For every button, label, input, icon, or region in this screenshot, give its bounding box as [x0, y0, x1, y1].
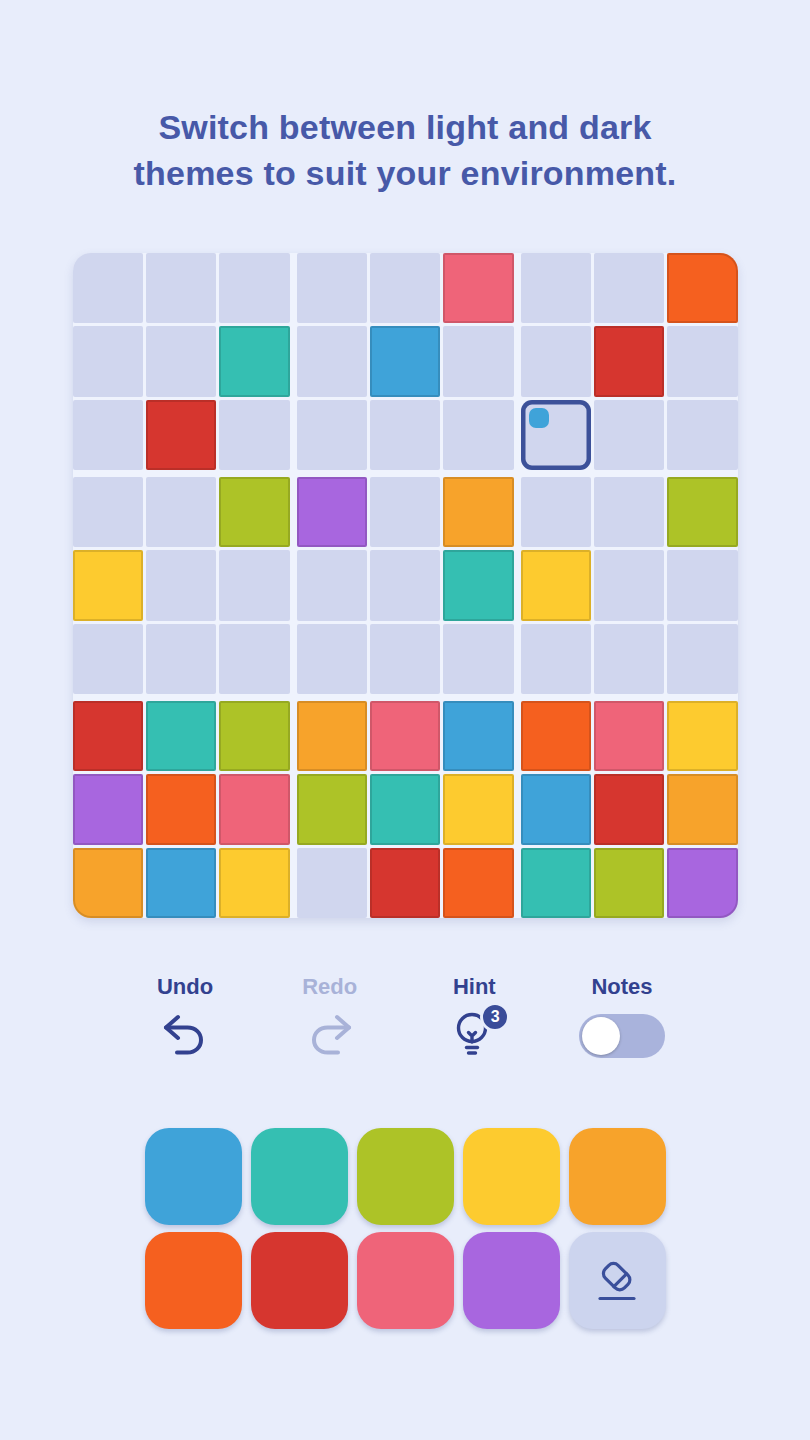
grid-cell[interactable]: [594, 326, 664, 396]
grid-cell[interactable]: [146, 326, 216, 396]
grid-cell[interactable]: [297, 326, 367, 396]
grid-cell[interactable]: [297, 774, 367, 844]
notes-control: Notes: [579, 974, 665, 1058]
grid-cell[interactable]: [443, 253, 513, 323]
hint-count-badge: 3: [480, 1002, 510, 1032]
toolbar: Undo Redo Hint 3: [145, 974, 665, 1062]
grid-cell[interactable]: [219, 550, 289, 620]
grid-cell[interactable]: [146, 848, 216, 918]
grid-cell[interactable]: [667, 253, 737, 323]
palette-orange-button[interactable]: [145, 1232, 242, 1329]
grid-cell[interactable]: [370, 326, 440, 396]
palette-pink-button[interactable]: [357, 1232, 454, 1329]
grid-cell[interactable]: [667, 848, 737, 918]
grid-cell[interactable]: [521, 326, 591, 396]
eraser-icon: [594, 1258, 640, 1304]
grid-cell[interactable]: [146, 477, 216, 547]
grid-cell[interactable]: [146, 550, 216, 620]
grid-cell[interactable]: [73, 550, 143, 620]
grid-cell[interactable]: [146, 774, 216, 844]
grid-cell[interactable]: [667, 624, 737, 694]
grid-cell[interactable]: [370, 774, 440, 844]
grid-cell[interactable]: [667, 774, 737, 844]
palette-amber-button[interactable]: [569, 1128, 666, 1225]
undo-button[interactable]: Undo: [145, 974, 225, 1062]
grid-cell[interactable]: [594, 848, 664, 918]
grid-cell[interactable]: [443, 477, 513, 547]
grid-cell[interactable]: [667, 701, 737, 771]
grid-cell[interactable]: [297, 400, 367, 470]
palette-green-button[interactable]: [357, 1128, 454, 1225]
palette-eraser-button[interactable]: [569, 1232, 666, 1329]
redo-icon: [307, 1010, 353, 1062]
sudoku-grid: [73, 253, 738, 918]
grid-cell[interactable]: [521, 848, 591, 918]
grid-cell[interactable]: [73, 848, 143, 918]
sudoku-box: [297, 701, 514, 918]
grid-cell[interactable]: [443, 624, 513, 694]
grid-cell[interactable]: [667, 400, 737, 470]
grid-cell[interactable]: [219, 774, 289, 844]
sudoku-box: [73, 253, 290, 470]
grid-cell[interactable]: [370, 848, 440, 918]
grid-cell[interactable]: [297, 701, 367, 771]
grid-cell[interactable]: [594, 774, 664, 844]
grid-cell[interactable]: [370, 253, 440, 323]
grid-cell[interactable]: [443, 774, 513, 844]
grid-cell[interactable]: [219, 400, 289, 470]
sudoku-box: [297, 477, 514, 694]
grid-cell[interactable]: [443, 701, 513, 771]
grid-cell[interactable]: [219, 624, 289, 694]
grid-cell[interactable]: [297, 848, 367, 918]
grid-cell[interactable]: [370, 550, 440, 620]
color-palette: [145, 1128, 666, 1329]
sudoku-box: [521, 701, 738, 918]
grid-cell[interactable]: [146, 253, 216, 323]
undo-label: Undo: [157, 974, 213, 1000]
grid-cell[interactable]: [146, 400, 216, 470]
grid-cell[interactable]: [297, 624, 367, 694]
grid-cell[interactable]: [370, 477, 440, 547]
sudoku-box: [521, 477, 738, 694]
page-title: Switch between light and dark themes to …: [0, 104, 810, 196]
grid-cell[interactable]: [443, 326, 513, 396]
grid-cell[interactable]: [219, 253, 289, 323]
redo-label: Redo: [302, 974, 357, 1000]
grid-cell[interactable]: [73, 774, 143, 844]
grid-cell[interactable]: [370, 624, 440, 694]
grid-cell[interactable]: [73, 253, 143, 323]
palette-yellow-button[interactable]: [463, 1128, 560, 1225]
sudoku-box: [73, 477, 290, 694]
sudoku-box: [297, 253, 514, 470]
grid-cell[interactable]: [219, 701, 289, 771]
grid-cell[interactable]: [73, 400, 143, 470]
grid-cell[interactable]: [370, 701, 440, 771]
notes-toggle-knob: [582, 1017, 620, 1055]
grid-cell[interactable]: [297, 253, 367, 323]
notes-toggle[interactable]: [579, 1014, 665, 1058]
grid-cell[interactable]: [219, 848, 289, 918]
grid-cell[interactable]: [146, 701, 216, 771]
palette-red-button[interactable]: [251, 1232, 348, 1329]
grid-cell[interactable]: [521, 774, 591, 844]
grid-cell[interactable]: [73, 701, 143, 771]
grid-cell[interactable]: [443, 848, 513, 918]
grid-cell[interactable]: [594, 624, 664, 694]
grid-cell[interactable]: [370, 400, 440, 470]
grid-cell[interactable]: [297, 477, 367, 547]
page-title-line2: themes to suit your environment.: [0, 150, 810, 196]
grid-cell[interactable]: [521, 550, 591, 620]
grid-cell[interactable]: [521, 701, 591, 771]
grid-cell[interactable]: [667, 326, 737, 396]
page-title-line1: Switch between light and dark: [0, 104, 810, 150]
redo-button[interactable]: Redo: [290, 974, 370, 1062]
grid-cell[interactable]: [594, 253, 664, 323]
grid-cell[interactable]: [73, 624, 143, 694]
grid-cell[interactable]: [521, 253, 591, 323]
grid-cell[interactable]: [73, 326, 143, 396]
lightbulb-icon: 3: [452, 1010, 496, 1062]
grid-cell[interactable]: [219, 477, 289, 547]
sudoku-box: [521, 253, 738, 470]
grid-cell[interactable]: [443, 550, 513, 620]
grid-cell[interactable]: [146, 624, 216, 694]
note-mark-blue: [529, 408, 549, 428]
hint-label: Hint: [453, 974, 496, 1000]
grid-cell[interactable]: [521, 400, 591, 470]
grid-cell[interactable]: [219, 326, 289, 396]
grid-cell[interactable]: [594, 701, 664, 771]
grid-cell[interactable]: [594, 550, 664, 620]
grid-cell[interactable]: [594, 400, 664, 470]
grid-cell[interactable]: [297, 550, 367, 620]
palette-blue-button[interactable]: [145, 1128, 242, 1225]
palette-purple-button[interactable]: [463, 1232, 560, 1329]
grid-cell[interactable]: [443, 400, 513, 470]
palette-teal-button[interactable]: [251, 1128, 348, 1225]
grid-cell[interactable]: [73, 477, 143, 547]
undo-icon: [162, 1010, 208, 1062]
grid-cell[interactable]: [594, 477, 664, 547]
hint-button[interactable]: Hint 3: [434, 974, 514, 1062]
grid-cell[interactable]: [521, 477, 591, 547]
grid-cell[interactable]: [667, 477, 737, 547]
grid-cell[interactable]: [521, 624, 591, 694]
notes-label: Notes: [591, 974, 652, 1000]
grid-cell[interactable]: [667, 550, 737, 620]
sudoku-box: [73, 701, 290, 918]
